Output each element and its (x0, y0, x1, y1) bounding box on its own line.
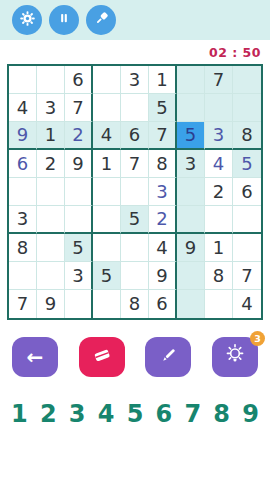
gear-icon (18, 9, 37, 32)
cell-r9c7[interactable] (177, 290, 205, 318)
cell-r1c6[interactable]: 1 (149, 66, 177, 94)
numpad-5[interactable]: 5 (127, 402, 144, 426)
cell-r3c9[interactable]: 8 (233, 122, 261, 150)
cell-r9c3[interactable] (65, 290, 93, 318)
cell-r2c4[interactable] (93, 94, 121, 122)
eraser-icon (90, 343, 114, 371)
cell-r8c8[interactable]: 8 (205, 262, 233, 290)
number-pad: 123456789 (0, 402, 270, 426)
pencil-icon (158, 345, 179, 370)
cell-r5c2[interactable] (37, 178, 65, 206)
cell-r7c6[interactable]: 4 (149, 234, 177, 262)
cell-r1c8[interactable]: 7 (205, 66, 233, 94)
cell-r4c2[interactable]: 2 (37, 150, 65, 178)
hint-count-badge: 3 (250, 331, 265, 346)
cell-r3c7[interactable]: 5 (177, 122, 205, 150)
board-wrap: 6317437591246753862917834532635285491359… (0, 64, 270, 320)
light-bulb-icon (222, 342, 248, 372)
settings-button[interactable] (12, 5, 42, 35)
cell-r8c1[interactable] (9, 262, 37, 290)
hint-button[interactable]: 3 (212, 337, 258, 377)
cell-r9c1[interactable]: 7 (9, 290, 37, 318)
numpad-6[interactable]: 6 (156, 402, 173, 426)
top-bar (0, 0, 270, 40)
action-bar: ← (0, 337, 270, 377)
cell-r2c3[interactable]: 7 (65, 94, 93, 122)
eraser-button[interactable] (79, 337, 125, 377)
cell-r4c6[interactable]: 8 (149, 150, 177, 178)
undo-button[interactable]: ← (12, 337, 58, 377)
cell-r5c8[interactable]: 2 (205, 178, 233, 206)
cell-r7c1[interactable]: 8 (9, 234, 37, 262)
cell-r3c3[interactable]: 2 (65, 122, 93, 150)
cell-r9c6[interactable]: 6 (149, 290, 177, 318)
timer-label: 02 : 50 (209, 45, 261, 60)
cell-r2c2[interactable]: 3 (37, 94, 65, 122)
cell-r4c8[interactable]: 4 (205, 150, 233, 178)
numpad-4[interactable]: 4 (98, 402, 115, 426)
cell-r6c3[interactable] (65, 206, 93, 234)
cell-r8c4[interactable]: 5 (93, 262, 121, 290)
pause-icon (55, 9, 73, 31)
cell-r5c5[interactable] (121, 178, 149, 206)
notes-button[interactable] (145, 337, 191, 377)
cell-r8c2[interactable] (37, 262, 65, 290)
cell-r7c5[interactable] (121, 234, 149, 262)
cell-r3c2[interactable]: 1 (37, 122, 65, 150)
cell-r5c3[interactable] (65, 178, 93, 206)
theme-button[interactable] (86, 5, 116, 35)
cell-r1c9[interactable] (233, 66, 261, 94)
cell-r4c7[interactable]: 3 (177, 150, 205, 178)
cell-r2c8[interactable] (205, 94, 233, 122)
cell-r7c8[interactable]: 1 (205, 234, 233, 262)
cell-r7c7[interactable]: 9 (177, 234, 205, 262)
cell-r6c4[interactable] (93, 206, 121, 234)
cell-r8c9[interactable]: 7 (233, 262, 261, 290)
cell-r7c3[interactable]: 5 (65, 234, 93, 262)
cell-r1c3[interactable]: 6 (65, 66, 93, 94)
cell-r9c5[interactable]: 8 (121, 290, 149, 318)
cell-r1c5[interactable]: 3 (121, 66, 149, 94)
cell-r3c5[interactable]: 6 (121, 122, 149, 150)
cell-r1c2[interactable] (37, 66, 65, 94)
cell-r7c2[interactable] (37, 234, 65, 262)
cell-r1c4[interactable] (93, 66, 121, 94)
cell-r2c1[interactable]: 4 (9, 94, 37, 122)
cell-r6c5[interactable]: 5 (121, 206, 149, 234)
cell-r9c9[interactable]: 4 (233, 290, 261, 318)
numpad-7[interactable]: 7 (184, 402, 201, 426)
cell-r4c1[interactable]: 6 (9, 150, 37, 178)
numpad-2[interactable]: 2 (40, 402, 57, 426)
cell-r5c1[interactable] (9, 178, 37, 206)
cell-r3c4[interactable]: 4 (93, 122, 121, 150)
cell-r6c7[interactable] (177, 206, 205, 234)
cell-r2c5[interactable] (121, 94, 149, 122)
cell-r6c2[interactable] (37, 206, 65, 234)
cell-r9c4[interactable] (93, 290, 121, 318)
numpad-3[interactable]: 3 (69, 402, 86, 426)
timer-row: 02 : 50 (0, 40, 270, 64)
cell-r4c4[interactable]: 1 (93, 150, 121, 178)
cell-r1c1[interactable] (9, 66, 37, 94)
pause-button[interactable] (49, 5, 79, 35)
cell-r4c5[interactable]: 7 (121, 150, 149, 178)
cell-r5c9[interactable]: 6 (233, 178, 261, 206)
paint-brush-icon (92, 9, 111, 32)
cell-r3c8[interactable]: 3 (205, 122, 233, 150)
cell-r5c6[interactable]: 3 (149, 178, 177, 206)
cell-r8c7[interactable] (177, 262, 205, 290)
numpad-1[interactable]: 1 (11, 402, 28, 426)
cell-r2c6[interactable]: 5 (149, 94, 177, 122)
cell-r4c9[interactable]: 5 (233, 150, 261, 178)
undo-arrow-icon: ← (27, 347, 44, 367)
cell-r8c3[interactable]: 3 (65, 262, 93, 290)
numpad-8[interactable]: 8 (213, 402, 230, 426)
cell-r2c9[interactable] (233, 94, 261, 122)
cell-r3c1[interactable]: 9 (9, 122, 37, 150)
cell-r1c7[interactable] (177, 66, 205, 94)
cell-r6c9[interactable] (233, 206, 261, 234)
cell-r8c6[interactable]: 9 (149, 262, 177, 290)
cell-r9c8[interactable] (205, 290, 233, 318)
cell-r7c9[interactable] (233, 234, 261, 262)
cell-r6c1[interactable]: 3 (9, 206, 37, 234)
cell-r9c2[interactable]: 9 (37, 290, 65, 318)
cell-r7c4[interactable] (93, 234, 121, 262)
cell-r3c6[interactable]: 7 (149, 122, 177, 150)
cell-r6c6[interactable]: 2 (149, 206, 177, 234)
cell-r6c8[interactable] (205, 206, 233, 234)
cell-r2c7[interactable] (177, 94, 205, 122)
cell-r5c4[interactable] (93, 178, 121, 206)
cell-r8c5[interactable] (121, 262, 149, 290)
cell-r4c3[interactable]: 9 (65, 150, 93, 178)
cell-r5c7[interactable] (177, 178, 205, 206)
numpad-9[interactable]: 9 (242, 402, 259, 426)
sudoku-board: 6317437591246753862917834532635285491359… (7, 64, 263, 320)
